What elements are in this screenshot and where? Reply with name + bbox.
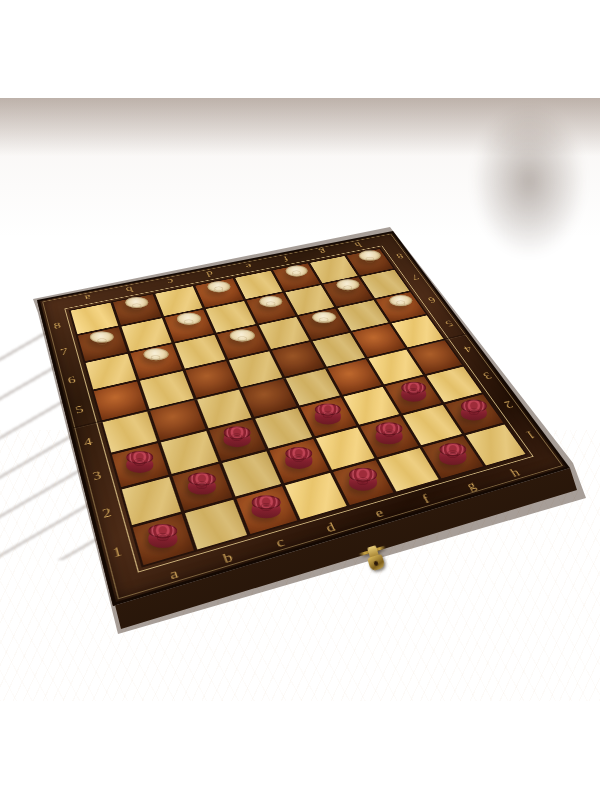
piece-top (252, 495, 281, 509)
checker-white-d6[interactable]: ⛀ (230, 329, 254, 349)
checker-white-b6[interactable]: ⛀ (143, 348, 168, 368)
checker-red-b2[interactable]: ⛂ (188, 473, 216, 495)
checker-white-a7[interactable]: ⛀ (90, 331, 114, 351)
piece-top (125, 297, 149, 308)
checker-red-c3[interactable]: ⛂ (224, 426, 251, 448)
checker-red-g1[interactable]: ⛂ (439, 443, 466, 465)
checker-white-e7[interactable]: ⛀ (259, 296, 283, 315)
checker-red-h2[interactable]: ⛂ (461, 400, 487, 421)
checker-red-e3[interactable]: ⛂ (315, 403, 341, 424)
checker-white-b8[interactable]: ⛀ (125, 297, 149, 316)
piece-top (126, 451, 154, 464)
checker-red-g3[interactable]: ⛂ (401, 381, 427, 402)
checker-white-c7[interactable]: ⛀ (177, 313, 201, 332)
checker-red-d2[interactable]: ⛂ (285, 447, 312, 469)
piece-top (401, 381, 427, 393)
clasp-hook (367, 554, 385, 572)
piece-top (224, 426, 251, 439)
piece-top (461, 400, 487, 413)
photo-haze (0, 98, 600, 238)
piece-top (285, 265, 308, 276)
piece-top (376, 423, 403, 436)
piece-top (143, 348, 168, 360)
checker-white-h6[interactable]: ⛀ (389, 295, 412, 314)
checker-white-g7[interactable]: ⛀ (336, 280, 359, 298)
checker-white-f6[interactable]: ⛀ (312, 311, 336, 330)
piece-top (315, 403, 341, 416)
product-photo: aabbccddeeffgghh1122334455667788 ⛀⛀⛀⛀⛀⛀⛀… (0, 0, 600, 800)
checker-red-a3[interactable]: ⛂ (126, 451, 154, 473)
checker-white-d8[interactable]: ⛀ (207, 281, 230, 299)
checker-white-f8[interactable]: ⛀ (285, 265, 308, 283)
piece-top (90, 331, 114, 343)
checker-white-h8[interactable]: ⛀ (359, 250, 381, 268)
checker-red-c1[interactable]: ⛂ (252, 495, 281, 518)
checker-red-a1[interactable]: ⛂ (148, 524, 177, 548)
piece-top (259, 296, 283, 307)
checker-red-e1[interactable]: ⛂ (349, 468, 377, 490)
checker-red-f2[interactable]: ⛂ (376, 423, 403, 444)
rank-label-left: 7 (59, 346, 69, 357)
rank-label-left: 6 (66, 374, 76, 386)
rank-label-left: 8 (52, 320, 61, 331)
piece-top (230, 329, 254, 341)
piece-top (359, 250, 381, 261)
